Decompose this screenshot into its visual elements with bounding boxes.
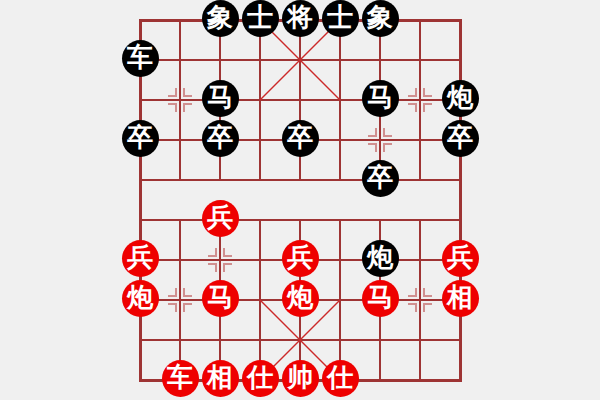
board-point-r8-c7[interactable]	[400, 320, 440, 360]
red-piece-炮[interactable]: 炮	[282, 280, 319, 317]
board-point-r6-c2[interactable]	[200, 240, 240, 280]
board-point-r7-c4[interactable]: 炮	[280, 280, 320, 320]
board-point-r9-c4[interactable]: 帅	[280, 360, 320, 400]
board-point-r0-c2[interactable]: 象	[200, 0, 240, 40]
black-piece-卒[interactable]: 卒	[282, 120, 319, 157]
board-point-r4-c6[interactable]: 卒	[360, 160, 400, 200]
board-point-r4-c4[interactable]	[280, 160, 320, 200]
board-point-r7-c5[interactable]	[320, 280, 360, 320]
board-point-r8-c2[interactable]	[200, 320, 240, 360]
board-point-r3-c1[interactable]	[160, 120, 200, 160]
board-point-r4-c5[interactable]	[320, 160, 360, 200]
board-point-r7-c7[interactable]	[400, 280, 440, 320]
board-point-r5-c4[interactable]	[280, 200, 320, 240]
red-piece-马[interactable]: 马	[202, 280, 239, 317]
board-point-r4-c7[interactable]	[400, 160, 440, 200]
red-piece-帅[interactable]: 帅	[282, 360, 319, 397]
board-point-r1-c4[interactable]	[280, 40, 320, 80]
red-piece-仕[interactable]: 仕	[322, 360, 359, 397]
board-point-r0-c7[interactable]	[400, 0, 440, 40]
board-point-r8-c3[interactable]	[240, 320, 280, 360]
board-point-r1-c8[interactable]	[440, 40, 480, 80]
board-point-r6-c6[interactable]: 炮	[360, 240, 400, 280]
board-point-r8-c8[interactable]	[440, 320, 480, 360]
black-piece-卒[interactable]: 卒	[442, 120, 479, 157]
black-piece-车[interactable]: 车	[122, 40, 159, 77]
black-piece-士[interactable]: 士	[322, 0, 359, 37]
board-point-r7-c0[interactable]: 炮	[120, 280, 160, 320]
board-point-r2-c8[interactable]: 炮	[440, 80, 480, 120]
board-point-r8-c4[interactable]	[280, 320, 320, 360]
board-point-r5-c8[interactable]	[440, 200, 480, 240]
board-point-r1-c2[interactable]	[200, 40, 240, 80]
red-piece-车[interactable]: 车	[162, 360, 199, 397]
red-piece-兵[interactable]: 兵	[122, 240, 159, 277]
board-point-r7-c6[interactable]: 马	[360, 280, 400, 320]
board-point-r6-c7[interactable]	[400, 240, 440, 280]
red-piece-兵[interactable]: 兵	[282, 240, 319, 277]
piece-layer: 象士将士象车马马炮卒卒卒卒卒兵兵兵炮兵炮马炮马相车相仕帅仕	[120, 0, 480, 400]
board-point-r5-c2[interactable]: 兵	[200, 200, 240, 240]
board-point-r5-c3[interactable]	[240, 200, 280, 240]
board-point-r1-c3[interactable]	[240, 40, 280, 80]
board-point-r3-c7[interactable]	[400, 120, 440, 160]
red-piece-相[interactable]: 相	[202, 360, 239, 397]
board-point-r3-c0[interactable]: 卒	[120, 120, 160, 160]
board-point-r1-c1[interactable]	[160, 40, 200, 80]
board-point-r2-c7[interactable]	[400, 80, 440, 120]
board-point-r3-c8[interactable]: 卒	[440, 120, 480, 160]
board-point-r5-c6[interactable]	[360, 200, 400, 240]
board-point-r2-c0[interactable]	[120, 80, 160, 120]
board-point-r0-c4[interactable]: 将	[280, 0, 320, 40]
board-point-r2-c3[interactable]	[240, 80, 280, 120]
board-point-r5-c5[interactable]	[320, 200, 360, 240]
board-point-r9-c8[interactable]	[440, 360, 480, 400]
board-point-r0-c3[interactable]: 士	[240, 0, 280, 40]
board-point-r3-c5[interactable]	[320, 120, 360, 160]
red-piece-仕[interactable]: 仕	[242, 360, 279, 397]
red-piece-相[interactable]: 相	[442, 280, 479, 317]
board-point-r0-c8[interactable]	[440, 0, 480, 40]
board-point-r4-c3[interactable]	[240, 160, 280, 200]
board-point-r1-c5[interactable]	[320, 40, 360, 80]
board-point-r6-c8[interactable]: 兵	[440, 240, 480, 280]
board-point-r4-c2[interactable]	[200, 160, 240, 200]
board-point-r3-c3[interactable]	[240, 120, 280, 160]
board-point-r6-c1[interactable]	[160, 240, 200, 280]
board-point-r3-c6[interactable]	[360, 120, 400, 160]
board-point-r5-c7[interactable]	[400, 200, 440, 240]
board-point-r7-c3[interactable]	[240, 280, 280, 320]
board-point-r0-c1[interactable]	[160, 0, 200, 40]
black-piece-卒[interactable]: 卒	[202, 120, 239, 157]
board-point-r7-c8[interactable]: 相	[440, 280, 480, 320]
board-point-r0-c0[interactable]	[120, 0, 160, 40]
board-point-r9-c6[interactable]	[360, 360, 400, 400]
board-point-r2-c6[interactable]: 马	[360, 80, 400, 120]
board-point-r4-c8[interactable]	[440, 160, 480, 200]
board-point-r1-c6[interactable]	[360, 40, 400, 80]
board-point-r1-c0[interactable]: 车	[120, 40, 160, 80]
red-piece-兵[interactable]: 兵	[202, 200, 239, 237]
board-point-r6-c0[interactable]: 兵	[120, 240, 160, 280]
board-point-r0-c5[interactable]: 士	[320, 0, 360, 40]
board-point-r5-c0[interactable]	[120, 200, 160, 240]
board-point-r2-c5[interactable]	[320, 80, 360, 120]
board-point-r6-c4[interactable]: 兵	[280, 240, 320, 280]
board-point-r9-c0[interactable]	[120, 360, 160, 400]
board-point-r8-c6[interactable]	[360, 320, 400, 360]
board-point-r7-c2[interactable]: 马	[200, 280, 240, 320]
xiangqi-board: 象士将士象车马马炮卒卒卒卒卒兵兵兵炮兵炮马炮马相车相仕帅仕	[0, 0, 600, 400]
board-point-r8-c0[interactable]	[120, 320, 160, 360]
board-point-r6-c3[interactable]	[240, 240, 280, 280]
board-point-r2-c4[interactable]	[280, 80, 320, 120]
board-point-r3-c4[interactable]: 卒	[280, 120, 320, 160]
board-point-r4-c0[interactable]	[120, 160, 160, 200]
black-piece-将[interactable]: 将	[282, 0, 319, 37]
board-point-r8-c5[interactable]	[320, 320, 360, 360]
board-point-r2-c2[interactable]: 马	[200, 80, 240, 120]
black-piece-象[interactable]: 象	[202, 0, 239, 37]
black-piece-马[interactable]: 马	[362, 80, 399, 117]
red-piece-马[interactable]: 马	[362, 280, 399, 317]
board-point-r2-c1[interactable]	[160, 80, 200, 120]
board-point-r9-c2[interactable]: 相	[200, 360, 240, 400]
red-piece-炮[interactable]: 炮	[122, 280, 159, 317]
red-piece-兵[interactable]: 兵	[442, 240, 479, 277]
board-point-r3-c2[interactable]: 卒	[200, 120, 240, 160]
board-point-r4-c1[interactable]	[160, 160, 200, 200]
board-point-r8-c1[interactable]	[160, 320, 200, 360]
black-piece-卒[interactable]: 卒	[122, 120, 159, 157]
board-point-r6-c5[interactable]	[320, 240, 360, 280]
black-piece-炮[interactable]: 炮	[362, 240, 399, 277]
board-point-r0-c6[interactable]: 象	[360, 0, 400, 40]
board-point-r7-c1[interactable]	[160, 280, 200, 320]
black-piece-炮[interactable]: 炮	[442, 80, 479, 117]
board-point-r9-c7[interactable]	[400, 360, 440, 400]
board-point-r5-c1[interactable]	[160, 200, 200, 240]
board-point-r9-c5[interactable]: 仕	[320, 360, 360, 400]
board-point-r9-c1[interactable]: 车	[160, 360, 200, 400]
board-point-r1-c7[interactable]	[400, 40, 440, 80]
black-piece-马[interactable]: 马	[202, 80, 239, 117]
black-piece-卒[interactable]: 卒	[362, 160, 399, 197]
board-point-r9-c3[interactable]: 仕	[240, 360, 280, 400]
black-piece-象[interactable]: 象	[362, 0, 399, 37]
black-piece-士[interactable]: 士	[242, 0, 279, 37]
